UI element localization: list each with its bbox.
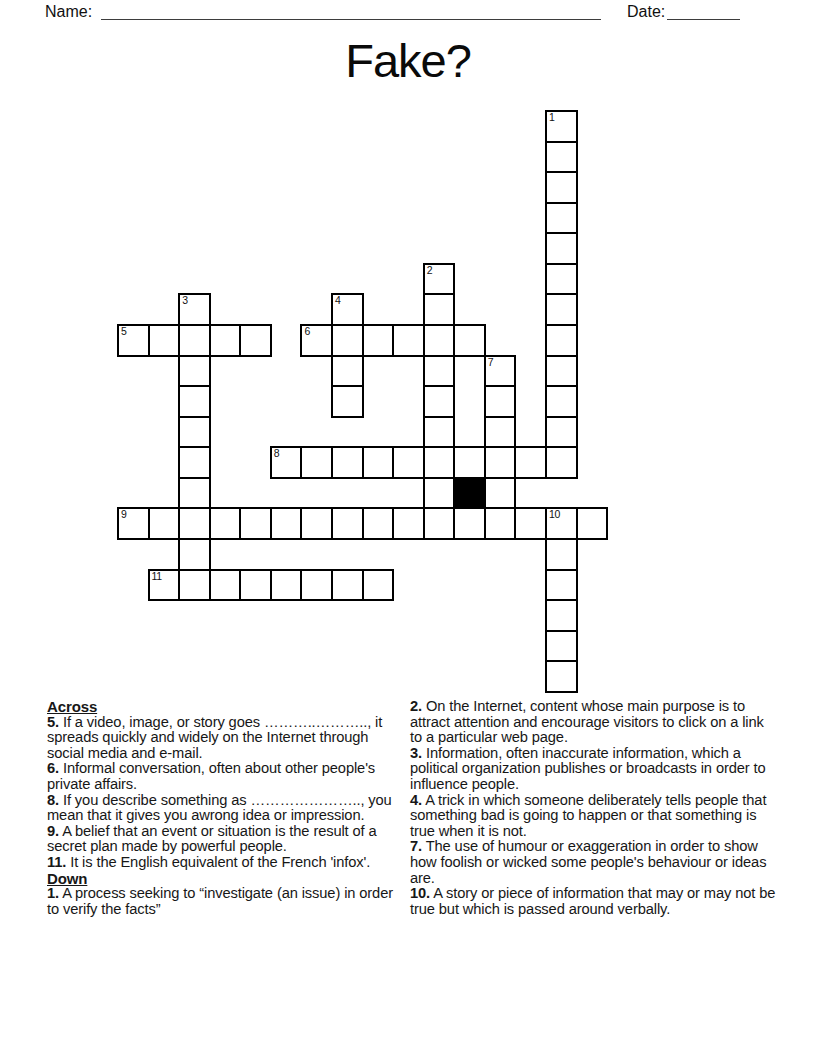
grid-cell-r9c10[interactable]	[423, 385, 456, 418]
grid-cell-r9c14[interactable]	[545, 385, 578, 418]
grid-cell-r11c10[interactable]	[423, 446, 456, 479]
grid-cell-r7c9[interactable]	[392, 324, 425, 357]
clue-number: 3.	[410, 745, 422, 761]
grid-cell-r10c12[interactable]	[484, 416, 517, 449]
grid-cell-r18c14[interactable]	[545, 660, 578, 693]
clue-6-across: 6. Informal conversation, often about ot…	[47, 761, 404, 792]
grid-cell-r13c12[interactable]	[484, 507, 517, 540]
grid-cell-r11c12[interactable]	[484, 446, 517, 479]
cell-number-11: 11	[152, 570, 162, 582]
grid-cell-r16c14[interactable]	[545, 599, 578, 632]
clue-3-down: 3. Information, often inaccurate informa…	[410, 746, 776, 793]
grid-cell-r7c3[interactable]	[209, 324, 242, 357]
grid-cell-r4c14[interactable]	[545, 232, 578, 265]
grid-cell-r1c14[interactable]	[545, 141, 578, 174]
grid-cell-r7c1[interactable]	[148, 324, 181, 357]
crossword-board: 1234567891011	[117, 110, 609, 693]
grid-cell-r8c12[interactable]: 7	[484, 355, 517, 388]
grid-cell-r7c11[interactable]	[453, 324, 486, 357]
grid-cell-r3c14[interactable]	[545, 202, 578, 235]
grid-cell-r9c7[interactable]	[331, 385, 364, 418]
grid-cell-r6c14[interactable]	[545, 293, 578, 326]
grid-cell-r15c7[interactable]	[331, 569, 364, 602]
grid-cell-r15c1[interactable]: 11	[148, 569, 181, 602]
clue-number: 4.	[410, 792, 422, 808]
name-fill-in-line[interactable]	[101, 4, 601, 20]
grid-cell-r6c2[interactable]: 3	[178, 293, 211, 326]
grid-cell-r11c8[interactable]	[362, 446, 395, 479]
grid-cell-r11c14[interactable]	[545, 446, 578, 479]
clue-number: 8.	[47, 792, 59, 808]
grid-cell-r8c14[interactable]	[545, 355, 578, 388]
clue-10-down: 10. A story or piece of information that…	[410, 886, 776, 917]
grid-cell-r13c10[interactable]	[423, 507, 456, 540]
grid-cell-r8c10[interactable]	[423, 355, 456, 388]
grid-cell-r5c14[interactable]	[545, 263, 578, 296]
clue-5-across: 5. If a video, image, or story goes ……….…	[47, 715, 404, 762]
clue-number: 11.	[47, 854, 66, 870]
grid-cell-r17c14[interactable]	[545, 630, 578, 663]
black-cell-r12c11	[453, 477, 486, 510]
grid-cell-r15c5[interactable]	[270, 569, 303, 602]
grid-cell-r13c9[interactable]	[392, 507, 425, 540]
cell-number-2: 2	[427, 264, 433, 276]
grid-cell-r8c7[interactable]	[331, 355, 364, 388]
down-clue-list-right: 2. On the Internet, content whose main p…	[410, 699, 776, 917]
grid-cell-r5c10[interactable]: 2	[423, 263, 456, 296]
grid-cell-r13c13[interactable]	[514, 507, 547, 540]
date-label: Date:	[627, 3, 665, 21]
across-heading: Across	[47, 699, 404, 715]
date-fill-in-line[interactable]	[667, 4, 740, 20]
cell-number-1: 1	[549, 111, 555, 123]
grid-cell-r10c14[interactable]	[545, 416, 578, 449]
grid-cell-r11c5[interactable]: 8	[270, 446, 303, 479]
grid-cell-r6c10[interactable]	[423, 293, 456, 326]
grid-cell-r7c8[interactable]	[362, 324, 395, 357]
across-clue-list: 5. If a video, image, or story goes ……….…	[47, 715, 404, 871]
cell-number-7: 7	[488, 356, 494, 368]
grid-cell-r7c14[interactable]	[545, 324, 578, 357]
clue-1-down: 1. A process seeking to “investigate (an…	[47, 886, 404, 917]
grid-cell-r11c11[interactable]	[453, 446, 486, 479]
grid-cell-r8c2[interactable]	[178, 355, 211, 388]
grid-cell-r11c6[interactable]	[300, 446, 333, 479]
puzzle-title: Fake?	[0, 34, 816, 88]
clue-7-down: 7. The use of humour or exaggeration in …	[410, 839, 776, 886]
grid-cell-r13c6[interactable]	[300, 507, 333, 540]
grid-cell-r13c4[interactable]	[239, 507, 272, 540]
grid-cell-r7c2[interactable]	[178, 324, 211, 357]
cell-number-9: 9	[121, 508, 127, 520]
grid-cell-r7c7[interactable]	[331, 324, 364, 357]
grid-cell-r11c2[interactable]	[178, 446, 211, 479]
cell-number-4: 4	[335, 294, 341, 306]
grid-cell-r11c13[interactable]	[514, 446, 547, 479]
grid-cell-r15c6[interactable]	[300, 569, 333, 602]
clue-number: 9.	[47, 823, 59, 839]
grid-cell-r11c7[interactable]	[331, 446, 364, 479]
grid-cell-r13c14[interactable]: 10	[545, 507, 578, 540]
clue-number: 10.	[410, 885, 430, 901]
grid-cell-r13c8[interactable]	[362, 507, 395, 540]
grid-cell-r10c2[interactable]	[178, 416, 211, 449]
grid-cell-r0c14[interactable]: 1	[545, 110, 578, 143]
grid-cell-r12c10[interactable]	[423, 477, 456, 510]
grid-cell-r9c2[interactable]	[178, 385, 211, 418]
grid-cell-r2c14[interactable]	[545, 171, 578, 204]
cell-number-10: 10	[549, 508, 560, 520]
cell-number-3: 3	[182, 294, 188, 306]
grid-cell-r15c4[interactable]	[239, 569, 272, 602]
clues-right-column: 2. On the Internet, content whose main p…	[410, 699, 776, 917]
clue-2-down: 2. On the Internet, content whose main p…	[410, 699, 776, 746]
grid-cell-r14c14[interactable]	[545, 538, 578, 571]
down-heading: Down	[47, 871, 404, 887]
grid-cell-r10c10[interactable]	[423, 416, 456, 449]
clue-8-across: 8. If you describe something as ………………….…	[47, 793, 404, 824]
grid-cell-r12c2[interactable]	[178, 477, 211, 510]
clue-9-across: 9. A belief that an event or situation i…	[47, 824, 404, 855]
cell-number-8: 8	[274, 447, 280, 459]
grid-cell-r13c5[interactable]	[270, 507, 303, 540]
grid-cell-r12c12[interactable]	[484, 477, 517, 510]
clue-number: 6.	[47, 760, 59, 776]
clue-number: 2.	[410, 698, 422, 714]
grid-cell-r13c2[interactable]	[178, 507, 211, 540]
name-label: Name:	[45, 3, 92, 21]
grid-cell-r7c6[interactable]: 6	[300, 324, 333, 357]
grid-cell-r15c2[interactable]	[178, 569, 211, 602]
clue-number: 7.	[410, 838, 422, 854]
worksheet-page: Name: Date: Fake? 1234567891011 Across 5…	[0, 0, 816, 1056]
clue-number: 5.	[47, 714, 59, 730]
grid-cell-r15c8[interactable]	[362, 569, 395, 602]
grid-cell-r13c11[interactable]	[453, 507, 486, 540]
grid-cell-r13c15[interactable]	[576, 507, 609, 540]
grid-cell-r13c3[interactable]	[209, 507, 242, 540]
clue-number: 1.	[47, 885, 59, 901]
grid-cell-r15c14[interactable]	[545, 569, 578, 602]
grid-cell-r13c0[interactable]: 9	[117, 507, 150, 540]
grid-cell-r6c7[interactable]: 4	[331, 293, 364, 326]
grid-cell-r15c3[interactable]	[209, 569, 242, 602]
grid-cell-r13c7[interactable]	[331, 507, 364, 540]
grid-cell-r11c9[interactable]	[392, 446, 425, 479]
down-clue-list-left: 1. A process seeking to “investigate (an…	[47, 886, 404, 917]
grid-cell-r13c1[interactable]	[148, 507, 181, 540]
grid-cell-r7c4[interactable]	[239, 324, 272, 357]
grid-cell-r7c10[interactable]	[423, 324, 456, 357]
clue-11-across: 11. It is the English equivalent of the …	[47, 855, 404, 871]
clue-4-down: 4. A trick in which someone deliberately…	[410, 793, 776, 840]
grid-cell-r14c2[interactable]	[178, 538, 211, 571]
clues-left-column: Across 5. If a video, image, or story go…	[47, 699, 404, 917]
grid-cell-r7c0[interactable]: 5	[117, 324, 150, 357]
cell-number-5: 5	[121, 325, 127, 337]
cell-number-6: 6	[304, 325, 310, 337]
grid-cell-r9c12[interactable]	[484, 385, 517, 418]
